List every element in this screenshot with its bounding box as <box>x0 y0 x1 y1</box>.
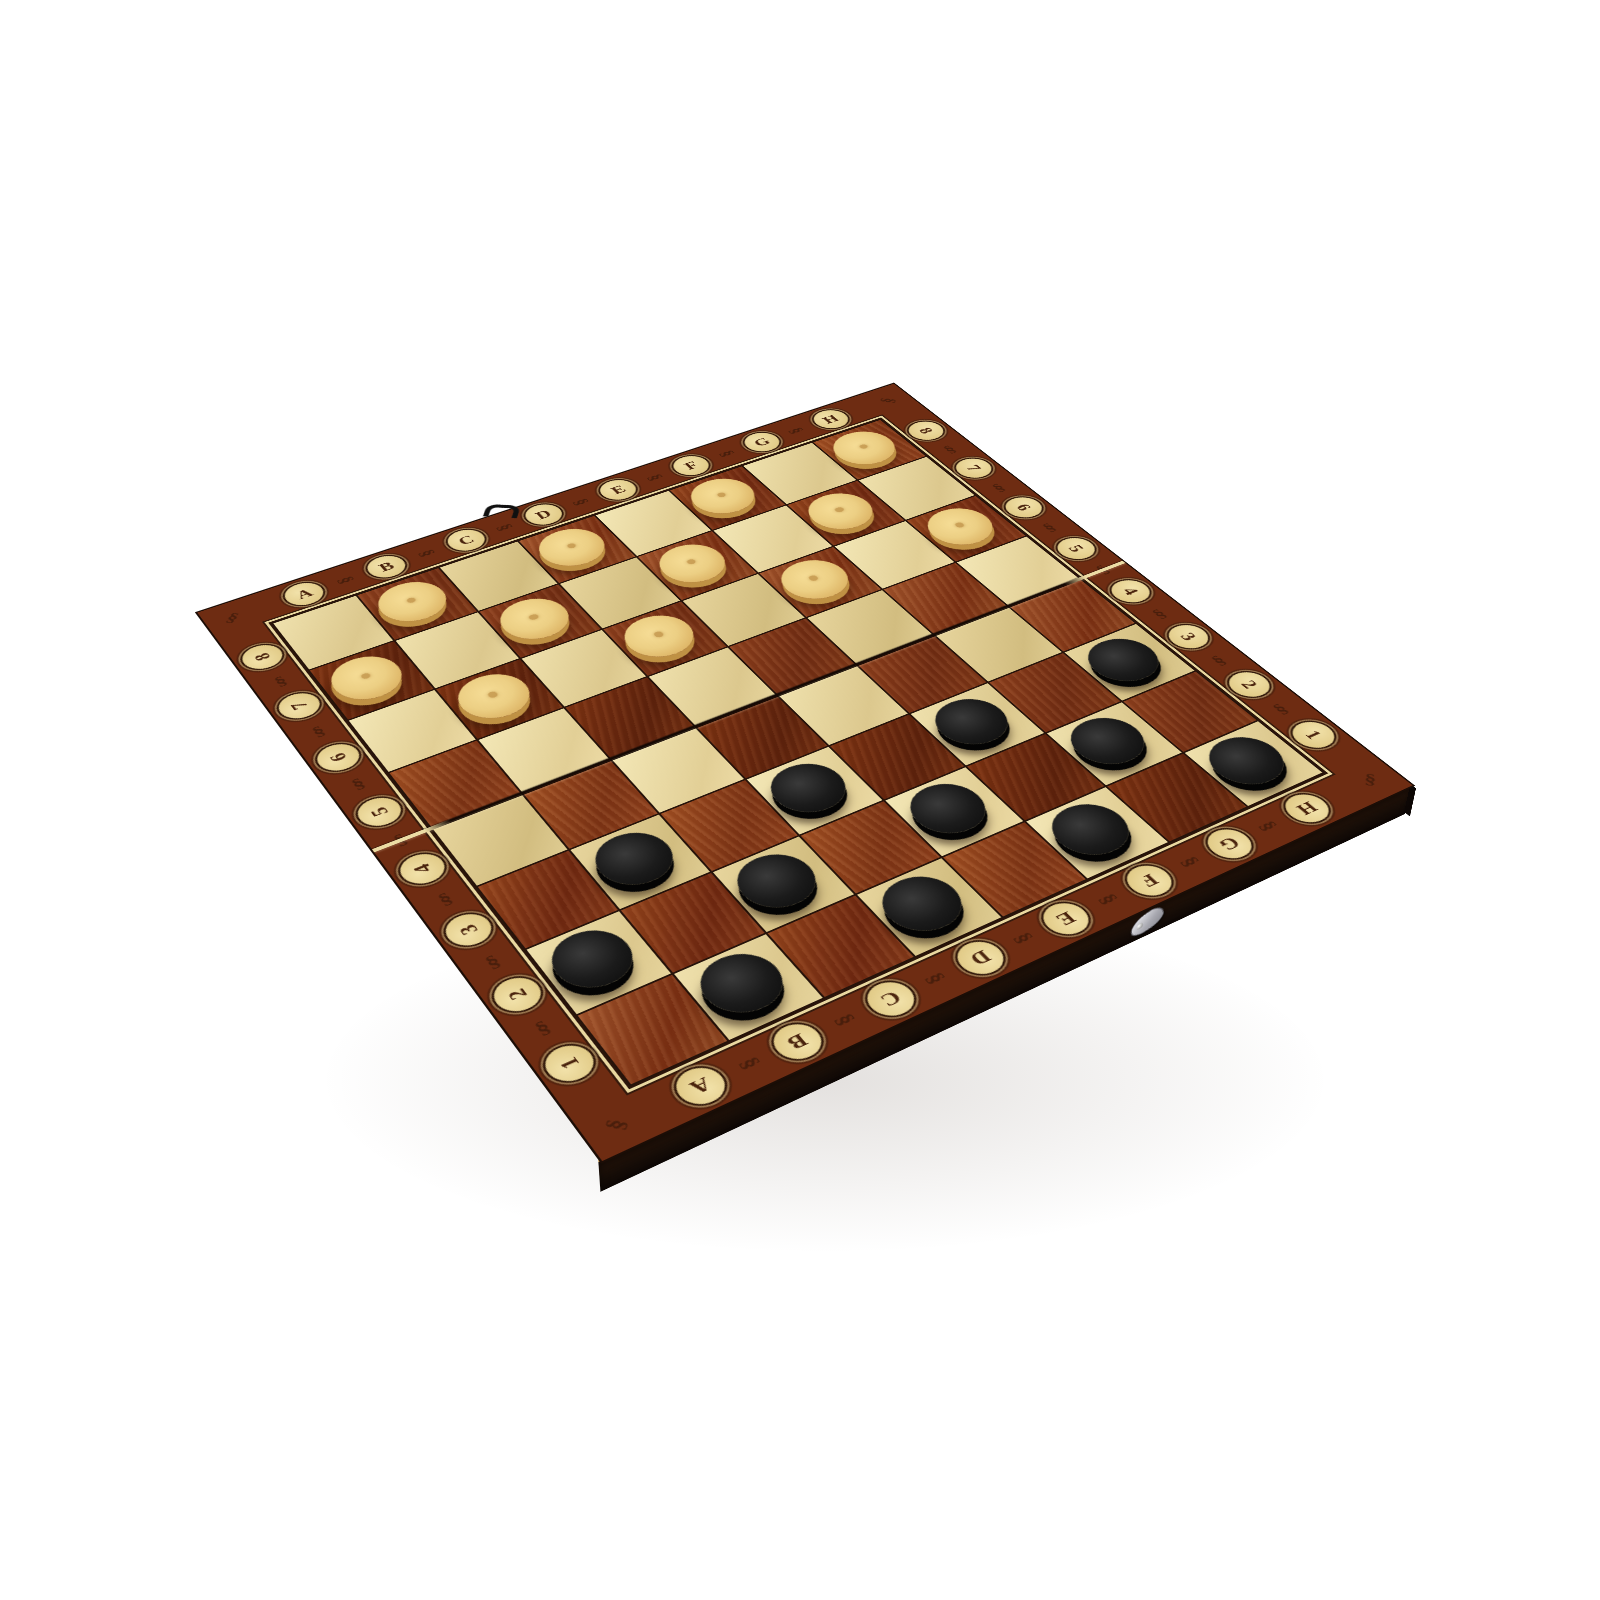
square-c1[interactable] <box>767 895 913 997</box>
square-e2[interactable] <box>885 767 1023 856</box>
border-ornament: § <box>733 1053 766 1073</box>
border-ornament: § <box>1364 770 1377 789</box>
square-e3[interactable] <box>830 715 964 799</box>
file-label-near-h: H <box>1273 788 1340 830</box>
far-hook-clasp-icon <box>483 504 521 518</box>
square-a5[interactable] <box>389 740 520 827</box>
rank-label-left-7: 7 <box>270 687 329 725</box>
piece-black-a2[interactable] <box>538 920 648 998</box>
border-ornament: § <box>332 574 359 587</box>
border-ornament: § <box>1147 606 1171 622</box>
square-e1[interactable] <box>943 822 1086 916</box>
piece-black-b1[interactable] <box>686 944 798 1024</box>
square-d1[interactable] <box>857 858 1002 956</box>
piece-black-f3[interactable] <box>921 691 1021 753</box>
square-b4[interactable] <box>523 760 657 849</box>
rank-label-left-5: 5 <box>348 791 410 833</box>
border-ornament: § <box>413 547 439 559</box>
rank-label-left-8: 8 <box>234 639 291 675</box>
border-ornament: § <box>828 1010 861 1030</box>
square-a1[interactable] <box>578 975 728 1085</box>
border-ornament: § <box>785 425 809 435</box>
piece-white-b8[interactable] <box>367 575 457 629</box>
border-ornament: § <box>643 472 668 483</box>
piece-black-c2[interactable] <box>723 845 830 918</box>
rank-label-left-3: 3 <box>435 906 502 953</box>
square-f1[interactable] <box>1026 787 1167 878</box>
square-h1[interactable] <box>1184 721 1322 806</box>
border-ornament: § <box>308 722 329 740</box>
piece-black-b3[interactable] <box>582 823 687 894</box>
border-ornament: § <box>939 443 960 456</box>
border-ornament: § <box>1254 818 1283 834</box>
rank-label-left-1: 1 <box>534 1037 605 1090</box>
rank-label-left-6: 6 <box>308 737 369 777</box>
square-d2[interactable] <box>800 801 940 893</box>
square-b5[interactable] <box>479 708 609 792</box>
border-ornament: § <box>1093 891 1123 908</box>
border-ornament: § <box>1175 854 1205 871</box>
border-ornament: § <box>492 521 518 533</box>
square-a2[interactable] <box>526 911 671 1014</box>
border-ornament: § <box>599 1117 633 1132</box>
square-g2[interactable] <box>1046 702 1181 785</box>
square-b2[interactable] <box>621 873 764 972</box>
border-ornament: § <box>389 830 412 850</box>
rank-label-left-4: 4 <box>390 847 454 892</box>
square-b3[interactable] <box>571 815 709 909</box>
border-ornament: § <box>348 775 370 794</box>
square-c4[interactable] <box>611 727 744 813</box>
border-ornament: § <box>569 496 594 507</box>
board-scene: AA88BB77CC66DD55EE44FF33GG22HH11§§§§§§§§… <box>337 255 1217 1135</box>
square-b1[interactable] <box>674 934 822 1040</box>
border-ornament: § <box>1268 700 1294 717</box>
border-ornament: § <box>920 969 952 988</box>
square-g1[interactable] <box>1107 754 1247 842</box>
board-grid <box>271 419 1325 1087</box>
border-ornament: § <box>1038 520 1060 534</box>
border-ornament: § <box>715 448 739 459</box>
square-d3[interactable] <box>747 747 882 834</box>
border-ornament: § <box>433 888 457 909</box>
border-ornament: § <box>530 1016 556 1040</box>
square-a6[interactable] <box>349 690 476 772</box>
piece-black-e2[interactable] <box>896 775 1001 843</box>
rank-label-right-2: 2 <box>1218 666 1280 703</box>
rank-label-right-1: 1 <box>1281 715 1345 754</box>
square-a4[interactable] <box>432 794 567 886</box>
piece-white-d8[interactable] <box>528 522 617 573</box>
piece-black-f1[interactable] <box>1037 795 1144 864</box>
border-ornament: § <box>1206 652 1231 669</box>
square-d4[interactable] <box>696 696 827 779</box>
border-ornament: § <box>988 481 1010 495</box>
square-c2[interactable] <box>712 836 853 932</box>
border-ornament: § <box>271 673 291 690</box>
playing-area <box>268 417 1328 1089</box>
border-ornament: § <box>480 950 505 972</box>
piece-black-h1[interactable] <box>1195 729 1300 793</box>
piece-black-g2[interactable] <box>1057 710 1160 773</box>
square-f3[interactable] <box>911 683 1043 765</box>
square-c3[interactable] <box>660 780 797 870</box>
product-photo-page: AA88BB77CC66DD55EE44FF33GG22HH11§§§§§§§§… <box>0 0 1600 1600</box>
border-ornament: § <box>876 397 899 404</box>
border-ornament: § <box>223 610 243 626</box>
border-ornament: § <box>1008 929 1039 947</box>
square-a3[interactable] <box>478 851 618 948</box>
square-f2[interactable] <box>967 734 1104 820</box>
piece-black-d1[interactable] <box>868 867 978 941</box>
rank-label-left-2: 2 <box>483 969 552 1019</box>
piece-black-d3[interactable] <box>757 755 860 821</box>
